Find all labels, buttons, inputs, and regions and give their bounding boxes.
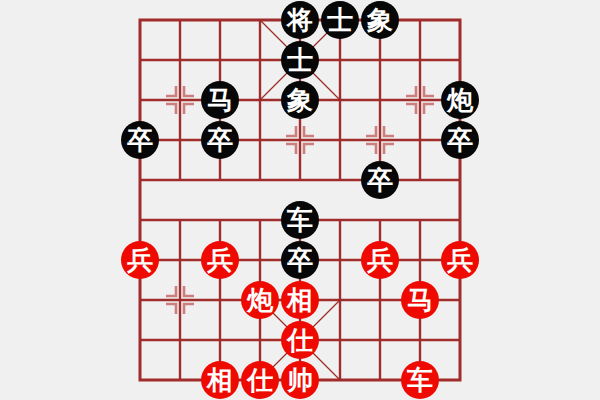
red-cannon[interactable]: 炮 <box>241 281 279 319</box>
xiangqi-app: 将士象士马象炮卒卒卒卒车卒兵兵兵兵炮相马仕相仕帅车 <box>0 0 600 400</box>
red-elephant[interactable]: 相 <box>201 361 239 399</box>
red-advisor[interactable]: 仕 <box>241 361 279 399</box>
black-horse[interactable]: 马 <box>201 81 239 119</box>
black-cannon[interactable]: 炮 <box>441 81 479 119</box>
red-soldier[interactable]: 兵 <box>441 241 479 279</box>
black-general[interactable]: 将 <box>281 1 319 39</box>
black-soldier[interactable]: 卒 <box>281 241 319 279</box>
pieces-layer: 将士象士马象炮卒卒卒卒车卒兵兵兵兵炮相马仕相仕帅车 <box>0 0 600 400</box>
black-soldier[interactable]: 卒 <box>201 121 239 159</box>
red-advisor[interactable]: 仕 <box>281 321 319 359</box>
black-soldier[interactable]: 卒 <box>441 121 479 159</box>
red-chariot[interactable]: 车 <box>401 361 439 399</box>
black-soldier[interactable]: 卒 <box>121 121 159 159</box>
black-elephant[interactable]: 象 <box>281 81 319 119</box>
black-advisor[interactable]: 士 <box>321 1 359 39</box>
black-soldier[interactable]: 卒 <box>361 161 399 199</box>
red-elephant[interactable]: 相 <box>281 281 319 319</box>
red-general[interactable]: 帅 <box>281 361 319 399</box>
red-soldier[interactable]: 兵 <box>121 241 159 279</box>
red-horse[interactable]: 马 <box>401 281 439 319</box>
black-advisor[interactable]: 士 <box>281 41 319 79</box>
black-elephant[interactable]: 象 <box>361 1 399 39</box>
red-soldier[interactable]: 兵 <box>361 241 399 279</box>
black-chariot[interactable]: 车 <box>281 201 319 239</box>
red-soldier[interactable]: 兵 <box>201 241 239 279</box>
